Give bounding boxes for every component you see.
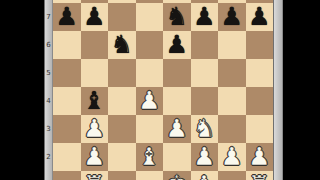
square-f5[interactable] bbox=[191, 59, 219, 87]
white-bishop-f1[interactable]: ♝ bbox=[191, 171, 219, 180]
square-e7[interactable]: ♞ bbox=[163, 3, 191, 31]
white-rook-b1[interactable]: ♜ bbox=[81, 171, 109, 180]
square-d6[interactable] bbox=[136, 31, 164, 59]
square-a4[interactable] bbox=[53, 87, 81, 115]
square-g6[interactable] bbox=[218, 31, 246, 59]
black-knight-c6[interactable]: ♞ bbox=[108, 31, 136, 59]
black-pawn-b7[interactable]: ♟ bbox=[81, 3, 109, 31]
chess-board: ♜♚♜♟♟♞♟♟♟♞♟♝♟♟♟♞♟♝♟♟♟♜♚♝♜ bbox=[53, 0, 273, 180]
white-rook-h1[interactable]: ♜ bbox=[246, 171, 274, 180]
white-pawn-b2[interactable]: ♟ bbox=[81, 143, 109, 171]
square-h2[interactable]: ♟ bbox=[246, 143, 274, 171]
rank-label-5: 5 bbox=[45, 59, 52, 87]
rank-label-4: 4 bbox=[45, 87, 52, 115]
square-c3[interactable] bbox=[108, 115, 136, 143]
square-g2[interactable]: ♟ bbox=[218, 143, 246, 171]
square-f4[interactable] bbox=[191, 87, 219, 115]
square-a6[interactable] bbox=[53, 31, 81, 59]
black-bishop-b4[interactable]: ♝ bbox=[81, 87, 109, 115]
square-d5[interactable] bbox=[136, 59, 164, 87]
square-h1[interactable]: ♜ bbox=[246, 171, 274, 180]
square-e2[interactable] bbox=[163, 143, 191, 171]
white-king-e1[interactable]: ♚ bbox=[163, 171, 191, 180]
white-pawn-b3[interactable]: ♟ bbox=[81, 115, 109, 143]
board-frame-left-rail: 765432 bbox=[44, 0, 53, 180]
square-b1[interactable]: ♜ bbox=[81, 171, 109, 180]
black-pawn-a7[interactable]: ♟ bbox=[53, 3, 81, 31]
square-a2[interactable] bbox=[53, 143, 81, 171]
square-a5[interactable] bbox=[53, 59, 81, 87]
chess-app-viewport: 765432 ♜♚♜♟♟♞♟♟♟♞♟♝♟♟♟♞♟♝♟♟♟♜♚♝♜ bbox=[0, 0, 320, 180]
square-e1[interactable]: ♚ bbox=[163, 171, 191, 180]
square-h6[interactable] bbox=[246, 31, 274, 59]
square-g7[interactable]: ♟ bbox=[218, 3, 246, 31]
square-c6[interactable]: ♞ bbox=[108, 31, 136, 59]
white-knight-f3[interactable]: ♞ bbox=[191, 115, 219, 143]
square-a1[interactable] bbox=[53, 171, 81, 180]
square-e5[interactable] bbox=[163, 59, 191, 87]
square-b5[interactable] bbox=[81, 59, 109, 87]
square-a7[interactable]: ♟ bbox=[53, 3, 81, 31]
square-b3[interactable]: ♟ bbox=[81, 115, 109, 143]
white-pawn-f2[interactable]: ♟ bbox=[191, 143, 219, 171]
black-pawn-e6[interactable]: ♟ bbox=[163, 31, 191, 59]
square-d4[interactable]: ♟ bbox=[136, 87, 164, 115]
white-pawn-e3[interactable]: ♟ bbox=[163, 115, 191, 143]
black-pawn-h7[interactable]: ♟ bbox=[246, 3, 274, 31]
square-g3[interactable] bbox=[218, 115, 246, 143]
square-f3[interactable]: ♞ bbox=[191, 115, 219, 143]
square-g4[interactable] bbox=[218, 87, 246, 115]
square-h5[interactable] bbox=[246, 59, 274, 87]
square-e6[interactable]: ♟ bbox=[163, 31, 191, 59]
square-c5[interactable] bbox=[108, 59, 136, 87]
square-d3[interactable] bbox=[136, 115, 164, 143]
square-h4[interactable] bbox=[246, 87, 274, 115]
square-f2[interactable]: ♟ bbox=[191, 143, 219, 171]
square-b4[interactable]: ♝ bbox=[81, 87, 109, 115]
square-b7[interactable]: ♟ bbox=[81, 3, 109, 31]
square-g1[interactable] bbox=[218, 171, 246, 180]
square-c7[interactable] bbox=[108, 3, 136, 31]
square-a3[interactable] bbox=[53, 115, 81, 143]
white-pawn-h2[interactable]: ♟ bbox=[246, 143, 274, 171]
rank-label-2: 2 bbox=[45, 143, 52, 171]
black-knight-e7[interactable]: ♞ bbox=[163, 3, 191, 31]
white-pawn-d4[interactable]: ♟ bbox=[136, 87, 164, 115]
square-f7[interactable]: ♟ bbox=[191, 3, 219, 31]
square-d7[interactable] bbox=[136, 3, 164, 31]
square-d2[interactable]: ♝ bbox=[136, 143, 164, 171]
white-pawn-g2[interactable]: ♟ bbox=[218, 143, 246, 171]
square-e3[interactable]: ♟ bbox=[163, 115, 191, 143]
board-frame-right-rail bbox=[273, 0, 283, 180]
square-h7[interactable]: ♟ bbox=[246, 3, 274, 31]
square-c2[interactable] bbox=[108, 143, 136, 171]
square-c1[interactable] bbox=[108, 171, 136, 180]
square-f6[interactable] bbox=[191, 31, 219, 59]
square-f1[interactable]: ♝ bbox=[191, 171, 219, 180]
square-d1[interactable] bbox=[136, 171, 164, 180]
square-h3[interactable] bbox=[246, 115, 274, 143]
black-pawn-g7[interactable]: ♟ bbox=[218, 3, 246, 31]
rank-label-7: 7 bbox=[45, 3, 52, 31]
square-b6[interactable] bbox=[81, 31, 109, 59]
black-pawn-f7[interactable]: ♟ bbox=[191, 3, 219, 31]
square-e4[interactable] bbox=[163, 87, 191, 115]
white-bishop-d2[interactable]: ♝ bbox=[136, 143, 164, 171]
square-b2[interactable]: ♟ bbox=[81, 143, 109, 171]
rank-label-6: 6 bbox=[45, 31, 52, 59]
rank-label-3: 3 bbox=[45, 115, 52, 143]
square-c4[interactable] bbox=[108, 87, 136, 115]
square-g5[interactable] bbox=[218, 59, 246, 87]
